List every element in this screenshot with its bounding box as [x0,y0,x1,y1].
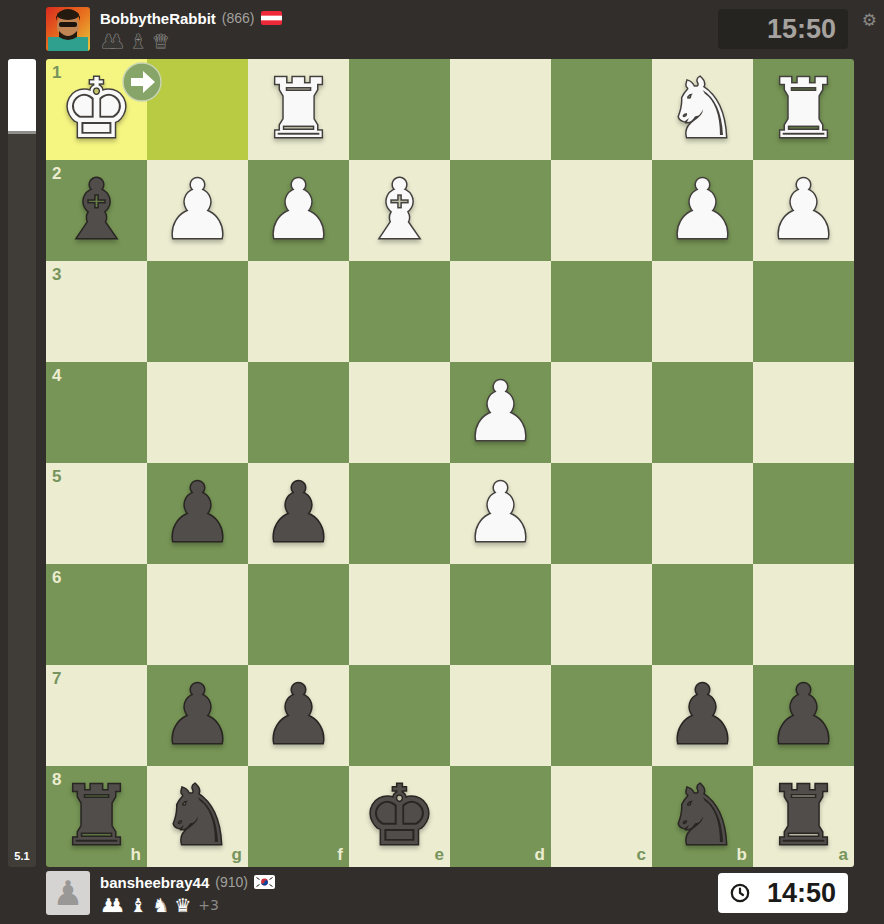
square-g4[interactable] [147,362,248,463]
square-h2[interactable]: 2♝ [46,160,147,261]
black-pawn-f5[interactable]: ♟ [248,463,349,564]
square-d4[interactable]: ♟ [450,362,551,463]
square-e5[interactable] [349,463,450,564]
square-g7[interactable]: ♟ [147,665,248,766]
captured-piece-icon: ♟♟ [100,30,125,52]
file-label-c: c [637,845,646,865]
square-d1[interactable] [450,59,551,160]
square-d8[interactable]: d [450,766,551,867]
square-c1[interactable] [551,59,652,160]
white-pawn-d4[interactable]: ♟ [450,362,551,463]
square-g2[interactable]: ♟ [147,160,248,261]
bottom-player-name[interactable]: bansheebray44 [100,874,209,891]
bottom-player-avatar[interactable]: ♟ [46,871,90,915]
generic-avatar-pawn-icon: ♟ [53,871,83,915]
white-rook-f1[interactable]: ♜ [248,59,349,160]
square-f2[interactable]: ♟ [248,160,349,261]
gear-icon[interactable]: ⚙ [862,10,877,30]
captured-piece-icon: ♟♟ [100,894,125,916]
chess-board[interactable]: 1♚♜♞♜2♝♟♟♝♟♟34♟5♟♟♟67♟♟♟♟8h♜g♞fe♚dcb♞a♜ [46,59,854,867]
file-label-d: d [535,845,545,865]
square-c2[interactable] [551,160,652,261]
square-g8[interactable]: g♞ [147,766,248,867]
material-advantage: +3 [198,897,219,913]
evaluation-bar-white-section [8,59,36,134]
austria-flag-icon [261,11,282,25]
square-f1[interactable]: ♜ [248,59,349,160]
square-f4[interactable] [248,362,349,463]
square-c4[interactable] [551,362,652,463]
square-e1[interactable] [349,59,450,160]
bottom-player-clock: 14:50 [718,873,848,913]
square-b1[interactable]: ♞ [652,59,753,160]
top-player-avatar[interactable] [46,7,90,51]
square-b8[interactable]: b♞ [652,766,753,867]
captured-piece-icon: ♝ [130,30,147,52]
white-knight-b1[interactable]: ♞ [652,59,753,160]
white-pawn-g2[interactable]: ♟ [147,160,248,261]
square-f7[interactable]: ♟ [248,665,349,766]
captured-piece-icon: ♛ [152,30,169,52]
black-knight-g8[interactable]: ♞ [147,766,248,867]
rank-label-7: 7 [52,669,61,689]
black-pawn-f7[interactable]: ♟ [248,665,349,766]
square-h3[interactable]: 3 [46,261,147,362]
black-pawn-g7[interactable]: ♟ [147,665,248,766]
black-pawn-g5[interactable]: ♟ [147,463,248,564]
black-pawn-a7[interactable]: ♟ [753,665,854,766]
square-f6[interactable] [248,564,349,665]
square-b3[interactable] [652,261,753,362]
black-king-e8[interactable]: ♚ [349,766,450,867]
avatar-portrait-image [46,7,90,51]
square-e6[interactable] [349,564,450,665]
top-clock-time: 15:50 [767,14,836,45]
square-a1[interactable]: ♜ [753,59,854,160]
square-a2[interactable]: ♟ [753,160,854,261]
white-bishop-e2[interactable]: ♝ [349,160,450,261]
square-g6[interactable] [147,564,248,665]
square-h8[interactable]: 8h♜ [46,766,147,867]
rank-label-4: 4 [52,366,61,386]
square-d3[interactable] [450,261,551,362]
bottom-player-rating: (910) [215,874,248,890]
captured-piece-icon: ♛ [174,894,191,916]
square-b7[interactable]: ♟ [652,665,753,766]
square-c6[interactable] [551,564,652,665]
square-g1[interactable] [147,59,248,160]
square-e7[interactable] [349,665,450,766]
rank-label-6: 6 [52,568,61,588]
black-knight-b8[interactable]: ♞ [652,766,753,867]
square-e4[interactable] [349,362,450,463]
bottom-captured-pieces: ♟♟♝♞♛+3 [100,893,275,917]
square-a8[interactable]: a♜ [753,766,854,867]
bottom-player-bar: ♟ bansheebray44 (910) ♟♟♝♞♛+3 [46,871,275,923]
square-a4[interactable] [753,362,854,463]
top-player-name[interactable]: BobbytheRabbit [100,10,216,27]
top-player-rating: (866) [222,10,255,26]
square-g5[interactable]: ♟ [147,463,248,564]
white-rook-a1[interactable]: ♜ [753,59,854,160]
square-h6[interactable]: 6 [46,564,147,665]
square-b5[interactable] [652,463,753,564]
square-c5[interactable] [551,463,652,564]
white-pawn-f2[interactable]: ♟ [248,160,349,261]
black-rook-h8[interactable]: ♜ [46,766,147,867]
square-h7[interactable]: 7 [46,665,147,766]
file-label-f: f [337,845,343,865]
clock-icon [730,883,750,903]
square-e3[interactable] [349,261,450,362]
rank-label-5: 5 [52,467,61,487]
south-korea-flag-icon [254,875,275,889]
top-player-clock: 15:50 [718,9,848,49]
square-a7[interactable]: ♟ [753,665,854,766]
square-d7[interactable] [450,665,551,766]
square-d5[interactable]: ♟ [450,463,551,564]
square-a5[interactable] [753,463,854,564]
rank-label-3: 3 [52,265,61,285]
square-a6[interactable] [753,564,854,665]
white-pawn-d5[interactable]: ♟ [450,463,551,564]
captured-piece-icon: ♞ [152,894,169,916]
white-pawn-b2[interactable]: ♟ [652,160,753,261]
square-c3[interactable] [551,261,652,362]
black-bishop-h2[interactable]: ♝ [46,160,147,261]
top-player-bar: BobbytheRabbit (866) ♟♟♝♛ [46,7,282,59]
square-e2[interactable]: ♝ [349,160,450,261]
square-a3[interactable] [753,261,854,362]
top-captured-pieces: ♟♟♝♛ [100,29,282,53]
square-f8[interactable]: f [248,766,349,867]
square-f3[interactable] [248,261,349,362]
evaluation-score: 5.1 [8,850,36,862]
square-h5[interactable]: 5 [46,463,147,564]
square-d6[interactable] [450,564,551,665]
black-rook-a8[interactable]: ♜ [753,766,854,867]
square-b2[interactable]: ♟ [652,160,753,261]
square-h4[interactable]: 4 [46,362,147,463]
bottom-clock-time: 14:50 [767,878,836,909]
square-b4[interactable] [652,362,753,463]
square-c7[interactable] [551,665,652,766]
black-pawn-b7[interactable]: ♟ [652,665,753,766]
evaluation-bar: 5.1 [8,59,36,867]
white-pawn-a2[interactable]: ♟ [753,160,854,261]
square-b6[interactable] [652,564,753,665]
square-g3[interactable] [147,261,248,362]
square-e8[interactable]: e♚ [349,766,450,867]
move-indicator-arrow-icon[interactable] [122,62,162,102]
square-c8[interactable]: c [551,766,652,867]
captured-piece-icon: ♝ [130,894,147,916]
square-f5[interactable]: ♟ [248,463,349,564]
square-d2[interactable] [450,160,551,261]
